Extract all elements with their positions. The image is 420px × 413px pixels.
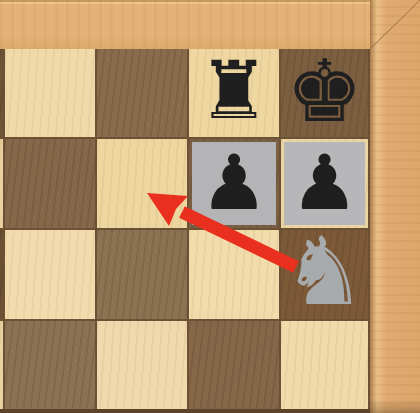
chessboard-photo: ♜ ♚ ♟ ♟ ♞	[0, 0, 420, 413]
white-knight-h6[interactable]: ♞	[282, 225, 366, 319]
square-h5[interactable]	[281, 321, 368, 409]
square-f7[interactable]	[97, 139, 187, 228]
frame-mitre-seam	[370, 0, 420, 49]
square-e5[interactable]	[5, 321, 95, 409]
square-d7[interactable]	[0, 139, 3, 228]
square-e6[interactable]	[5, 230, 95, 319]
black-pawn-g7[interactable]: ♟	[200, 145, 268, 221]
square-d6[interactable]	[0, 230, 3, 319]
square-g8[interactable]: ♜	[189, 49, 279, 137]
square-h8[interactable]: ♚	[281, 49, 368, 137]
black-rook-g8[interactable]: ♜	[198, 51, 270, 131]
square-d5[interactable]	[0, 321, 3, 409]
square-g7[interactable]: ♟	[189, 139, 279, 228]
chess-board: ♜ ♚ ♟ ♟ ♞	[0, 49, 370, 413]
square-f5[interactable]	[97, 321, 187, 409]
board-frame-right	[370, 0, 420, 413]
square-f8[interactable]	[97, 49, 187, 137]
square-e7[interactable]	[5, 139, 95, 228]
square-g5[interactable]	[189, 321, 279, 409]
square-h6[interactable]: ♞	[281, 230, 368, 319]
black-pawn-h7[interactable]: ♟	[290, 145, 358, 221]
square-e8[interactable]	[5, 49, 95, 137]
square-g6[interactable]	[189, 230, 279, 319]
square-h7[interactable]: ♟	[281, 139, 368, 228]
black-king-h8[interactable]: ♚	[286, 48, 363, 134]
square-f6[interactable]	[97, 230, 187, 319]
square-d8[interactable]	[0, 49, 3, 137]
